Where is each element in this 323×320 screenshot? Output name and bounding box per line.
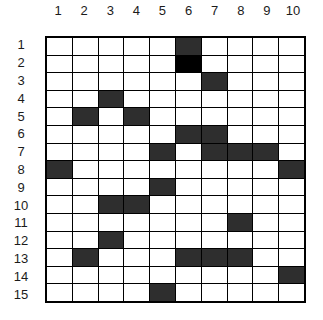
column-label-8: 8 [228, 2, 254, 19]
row-label-13: 13 [4, 250, 38, 268]
column-label-7: 7 [202, 2, 228, 19]
grid-cell[interactable] [47, 249, 72, 266]
grid-cell[interactable] [279, 267, 304, 284]
grid-cell[interactable] [176, 161, 201, 178]
grid-cell[interactable] [150, 196, 175, 213]
row-label-3: 3 [4, 72, 38, 90]
grid-cell[interactable] [99, 161, 124, 178]
grid-cell[interactable] [279, 249, 304, 266]
grid-cell[interactable] [279, 284, 304, 301]
puzzle-grid [45, 36, 306, 303]
grid-cell[interactable] [202, 249, 227, 266]
grid-cell[interactable] [99, 126, 124, 143]
grid-cell[interactable] [150, 73, 175, 90]
grid-cell[interactable] [202, 161, 227, 178]
grid-cell[interactable] [279, 196, 304, 213]
grid-cell[interactable] [176, 179, 201, 196]
grid-cell[interactable] [150, 161, 175, 178]
column-label-9: 9 [254, 2, 280, 19]
column-label-10: 10 [280, 2, 306, 19]
grid-cell[interactable] [176, 267, 201, 284]
grid-cell[interactable] [47, 144, 72, 161]
grid-cell[interactable] [47, 91, 72, 108]
grid-cell[interactable] [202, 56, 227, 73]
grid-cell[interactable] [228, 284, 253, 301]
grid-cell[interactable] [228, 56, 253, 73]
grid-cell[interactable] [150, 144, 175, 161]
grid-cell[interactable] [228, 144, 253, 161]
grid-cell[interactable] [202, 91, 227, 108]
grid-cell[interactable] [99, 56, 124, 73]
grid-cell[interactable] [228, 91, 253, 108]
grid-cell[interactable] [202, 38, 227, 55]
grid-cell[interactable] [202, 144, 227, 161]
grid-cell[interactable] [99, 232, 124, 249]
grid-cell[interactable] [124, 73, 149, 90]
row-label-8: 8 [4, 161, 38, 179]
grid-cell[interactable] [279, 161, 304, 178]
grid-cell[interactable] [150, 214, 175, 231]
grid-cell[interactable] [279, 144, 304, 161]
grid-cell[interactable] [99, 73, 124, 90]
grid-cell[interactable] [253, 38, 278, 55]
column-label-1: 1 [45, 2, 71, 19]
grid-cell[interactable] [99, 179, 124, 196]
grid-cell[interactable] [253, 249, 278, 266]
grid-cell[interactable] [228, 249, 253, 266]
grid-cell[interactable] [47, 232, 72, 249]
grid-cell[interactable] [176, 232, 201, 249]
grid-cell[interactable] [99, 144, 124, 161]
grid-cell[interactable] [124, 196, 149, 213]
grid-cell[interactable] [253, 161, 278, 178]
grid-cell[interactable] [176, 214, 201, 231]
grid-cell[interactable] [202, 196, 227, 213]
grid-cell[interactable] [253, 284, 278, 301]
grid-cell[interactable] [279, 91, 304, 108]
grid-cell[interactable] [253, 232, 278, 249]
grid-cell[interactable] [73, 38, 98, 55]
grid-cell[interactable] [99, 284, 124, 301]
grid-cell[interactable] [47, 214, 72, 231]
grid-cell[interactable] [176, 108, 201, 125]
grid-cell[interactable] [47, 73, 72, 90]
grid-cell[interactable] [47, 161, 72, 178]
grid-cell[interactable] [47, 284, 72, 301]
grid-cell[interactable] [150, 126, 175, 143]
grid-cell[interactable] [124, 249, 149, 266]
grid-cell[interactable] [176, 56, 201, 73]
row-labels: 123456789101112131415 [4, 36, 38, 303]
grid-cell[interactable] [228, 267, 253, 284]
grid-cell[interactable] [124, 91, 149, 108]
grid-cell[interactable] [124, 161, 149, 178]
grid-cell[interactable] [253, 73, 278, 90]
grid-cell[interactable] [279, 126, 304, 143]
grid-cell[interactable] [228, 108, 253, 125]
grid-cell[interactable] [99, 91, 124, 108]
grid-cell[interactable] [73, 179, 98, 196]
grid-cell[interactable] [150, 284, 175, 301]
grid-cell[interactable] [176, 73, 201, 90]
grid-cell[interactable] [73, 196, 98, 213]
grid-cell[interactable] [124, 56, 149, 73]
row-label-2: 2 [4, 54, 38, 72]
grid-cell[interactable] [253, 108, 278, 125]
column-label-2: 2 [71, 2, 97, 19]
grid-cell[interactable] [47, 196, 72, 213]
grid-cell[interactable] [279, 108, 304, 125]
grid-cell[interactable] [279, 56, 304, 73]
grid-cell[interactable] [150, 91, 175, 108]
grid-cell[interactable] [202, 179, 227, 196]
grid-cell[interactable] [124, 144, 149, 161]
grid-cell[interactable] [150, 249, 175, 266]
grid-cell[interactable] [202, 73, 227, 90]
grid-cell[interactable] [279, 214, 304, 231]
grid-cell[interactable] [47, 126, 72, 143]
column-label-3: 3 [97, 2, 123, 19]
grid-cell[interactable] [73, 214, 98, 231]
grid-cell[interactable] [73, 126, 98, 143]
grid-cell[interactable] [202, 108, 227, 125]
grid-cell[interactable] [99, 108, 124, 125]
row-label-11: 11 [4, 214, 38, 232]
grid-cell[interactable] [253, 126, 278, 143]
column-label-5: 5 [149, 2, 175, 19]
row-label-5: 5 [4, 107, 38, 125]
grid-cell[interactable] [73, 284, 98, 301]
grid-cell[interactable] [228, 126, 253, 143]
column-labels: 12345678910 [45, 2, 306, 19]
grid-cell[interactable] [47, 108, 72, 125]
grid-cell[interactable] [253, 91, 278, 108]
grid-cell[interactable] [47, 38, 72, 55]
grid-cell[interactable] [73, 73, 98, 90]
grid-cell[interactable] [253, 144, 278, 161]
grid-cell[interactable] [124, 267, 149, 284]
grid-cell[interactable] [47, 56, 72, 73]
grid-cell[interactable] [253, 214, 278, 231]
grid-cell[interactable] [150, 38, 175, 55]
grid-cell[interactable] [228, 161, 253, 178]
grid-cell[interactable] [228, 73, 253, 90]
grid-cell[interactable] [253, 179, 278, 196]
grid-cell[interactable] [150, 108, 175, 125]
grid-cell[interactable] [99, 196, 124, 213]
grid-cell[interactable] [73, 161, 98, 178]
grid-cell[interactable] [279, 38, 304, 55]
row-label-1: 1 [4, 36, 38, 54]
grid-cell[interactable] [228, 214, 253, 231]
row-label-7: 7 [4, 143, 38, 161]
grid-cell[interactable] [228, 196, 253, 213]
row-label-12: 12 [4, 232, 38, 250]
grid-cell[interactable] [176, 284, 201, 301]
grid-cell[interactable] [176, 249, 201, 266]
grid-cell[interactable] [176, 196, 201, 213]
row-label-14: 14 [4, 267, 38, 285]
grid-cell[interactable] [176, 91, 201, 108]
grid-cell[interactable] [73, 91, 98, 108]
grid-cell[interactable] [202, 267, 227, 284]
grid-cell[interactable] [99, 214, 124, 231]
grid-cell[interactable] [47, 267, 72, 284]
grid-cell[interactable] [228, 232, 253, 249]
grid-cell[interactable] [73, 144, 98, 161]
grid-cell[interactable] [150, 56, 175, 73]
grid-cell[interactable] [176, 144, 201, 161]
grid-cell[interactable] [73, 108, 98, 125]
grid-cell[interactable] [124, 179, 149, 196]
grid-cell[interactable] [73, 56, 98, 73]
grid-cell[interactable] [279, 73, 304, 90]
row-label-6: 6 [4, 125, 38, 143]
grid-cell[interactable] [279, 179, 304, 196]
grid-cell[interactable] [73, 249, 98, 266]
grid-cell[interactable] [253, 196, 278, 213]
grid-cell[interactable] [150, 267, 175, 284]
grid-cell[interactable] [228, 38, 253, 55]
grid-cell[interactable] [124, 108, 149, 125]
column-label-6: 6 [176, 2, 202, 19]
grid-cell[interactable] [202, 126, 227, 143]
row-label-10: 10 [4, 196, 38, 214]
grid-cell[interactable] [202, 232, 227, 249]
grid-cell[interactable] [202, 284, 227, 301]
grid-cell[interactable] [47, 179, 72, 196]
grid-cell[interactable] [99, 267, 124, 284]
grid-cell[interactable] [99, 249, 124, 266]
grid-cell[interactable] [176, 126, 201, 143]
grid-cell[interactable] [253, 56, 278, 73]
grid-cell[interactable] [279, 232, 304, 249]
grid-cell[interactable] [150, 232, 175, 249]
grid-cell[interactable] [176, 38, 201, 55]
grid-cell[interactable] [73, 267, 98, 284]
grid-cell[interactable] [150, 179, 175, 196]
grid-cell[interactable] [124, 126, 149, 143]
row-label-15: 15 [4, 285, 38, 303]
grid-cell[interactable] [73, 232, 98, 249]
grid-cell[interactable] [124, 232, 149, 249]
grid-cell[interactable] [99, 38, 124, 55]
grid-cell[interactable] [124, 38, 149, 55]
row-label-4: 4 [4, 89, 38, 107]
grid-cell[interactable] [124, 214, 149, 231]
column-label-4: 4 [123, 2, 149, 19]
grid-cell[interactable] [124, 284, 149, 301]
grid-cell[interactable] [253, 267, 278, 284]
grid-cell[interactable] [202, 214, 227, 231]
grid-cell[interactable] [228, 179, 253, 196]
row-label-9: 9 [4, 178, 38, 196]
